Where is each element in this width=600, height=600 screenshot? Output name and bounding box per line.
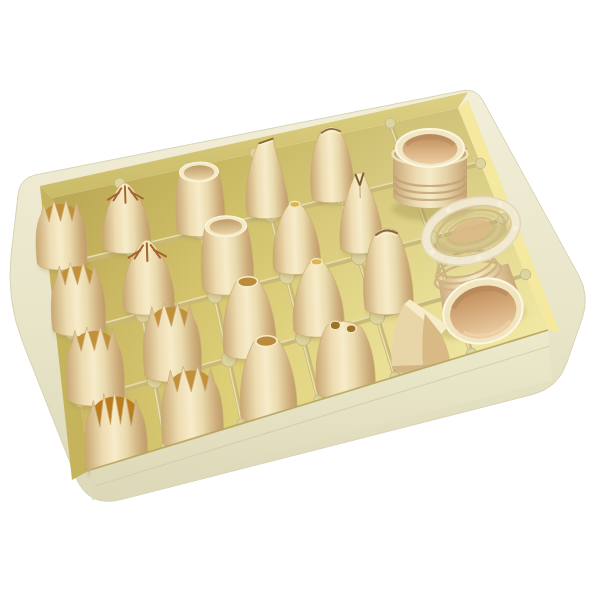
photo-canvas: [0, 0, 600, 600]
divider-junction-dot: [475, 158, 485, 168]
divider-junction-dot: [385, 118, 395, 128]
divider-junction-dot: [520, 269, 530, 279]
product-photo-nozzle-box: [0, 0, 600, 600]
